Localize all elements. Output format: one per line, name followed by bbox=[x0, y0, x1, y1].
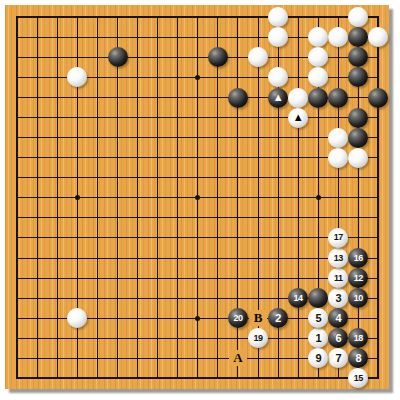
stone-white: ▲ bbox=[288, 108, 308, 128]
board-label-A: A bbox=[229, 350, 247, 366]
move-number: 12 bbox=[354, 274, 363, 283]
stone-white bbox=[268, 67, 288, 87]
move-17-stone-white: 17 bbox=[328, 228, 348, 248]
move-14-stone-black: 14 bbox=[288, 288, 308, 308]
move-number: 11 bbox=[334, 274, 343, 283]
move-number: 4 bbox=[335, 313, 341, 324]
move-number: 8 bbox=[356, 353, 362, 364]
move-number: 2 bbox=[275, 313, 281, 324]
board-label-B: B bbox=[249, 310, 267, 326]
move-2-stone-black: 2 bbox=[268, 308, 288, 328]
stone-white bbox=[67, 67, 87, 87]
grid-line-horizontal bbox=[16, 278, 379, 279]
move-number: 18 bbox=[354, 334, 363, 343]
move-1-stone-white: 1 bbox=[308, 328, 328, 348]
grid-line-horizontal bbox=[16, 258, 379, 259]
move-number: 6 bbox=[335, 333, 341, 344]
grid-line-horizontal bbox=[16, 237, 379, 238]
stone-black bbox=[348, 47, 368, 67]
move-number: 20 bbox=[233, 314, 242, 323]
move-19-stone-white: 19 bbox=[248, 328, 268, 348]
move-number: 9 bbox=[315, 353, 321, 364]
hoshi-star-point bbox=[195, 195, 200, 200]
move-number: 7 bbox=[335, 353, 341, 364]
move-number: 15 bbox=[354, 374, 363, 383]
go-board[interactable]: AB▲▲1234567891011121314151617181920 bbox=[5, 5, 389, 389]
grid-line-horizontal bbox=[16, 217, 379, 218]
triangle-mark-icon: ▲ bbox=[273, 92, 284, 103]
stone-white bbox=[308, 47, 328, 67]
hoshi-star-point bbox=[75, 195, 80, 200]
move-3-stone-white: 3 bbox=[328, 288, 348, 308]
stone-white bbox=[348, 148, 368, 168]
move-number: 10 bbox=[354, 294, 363, 303]
stone-white bbox=[328, 128, 348, 148]
move-number: 13 bbox=[334, 254, 343, 263]
move-16-stone-black: 16 bbox=[348, 248, 368, 268]
stone-white bbox=[348, 7, 368, 27]
stone-black bbox=[108, 47, 128, 67]
move-number: 3 bbox=[335, 293, 341, 304]
move-8-stone-black: 8 bbox=[348, 348, 368, 368]
move-9-stone-white: 9 bbox=[308, 348, 328, 368]
stone-black bbox=[348, 128, 368, 148]
stone-white bbox=[328, 27, 348, 47]
stone-white bbox=[288, 88, 308, 108]
stone-black bbox=[208, 47, 228, 67]
move-number: 19 bbox=[254, 334, 263, 343]
stone-black bbox=[348, 108, 368, 128]
stone-black bbox=[348, 27, 368, 47]
stone-white bbox=[308, 67, 328, 87]
move-number: 1 bbox=[315, 333, 321, 344]
move-12-stone-black: 12 bbox=[348, 268, 368, 288]
move-18-stone-black: 18 bbox=[348, 328, 368, 348]
stone-white bbox=[328, 148, 348, 168]
move-number: 14 bbox=[294, 294, 303, 303]
hoshi-star-point bbox=[195, 75, 200, 80]
stone-black bbox=[348, 67, 368, 87]
hoshi-star-point bbox=[316, 195, 321, 200]
move-7-stone-white: 7 bbox=[328, 348, 348, 368]
stone-black bbox=[308, 88, 328, 108]
triangle-mark-icon: ▲ bbox=[293, 112, 304, 123]
move-13-stone-white: 13 bbox=[328, 248, 348, 268]
stone-white bbox=[308, 27, 328, 47]
stone-white bbox=[248, 47, 268, 67]
stone-white bbox=[67, 308, 87, 328]
move-number: 17 bbox=[334, 233, 343, 242]
grid-line-vertical bbox=[217, 16, 218, 379]
move-6-stone-black: 6 bbox=[328, 328, 348, 348]
go-diagram-page: AB▲▲1234567891011121314151617181920 bbox=[0, 0, 400, 400]
stone-white bbox=[268, 27, 288, 47]
stone-black: ▲ bbox=[268, 88, 288, 108]
move-15-stone-white: 15 bbox=[348, 368, 368, 388]
move-5-stone-white: 5 bbox=[308, 308, 328, 328]
move-4-stone-black: 4 bbox=[328, 308, 348, 328]
stone-black bbox=[228, 88, 248, 108]
grid-line-vertical bbox=[377, 16, 379, 379]
grid-line-horizontal bbox=[16, 377, 379, 379]
move-11-stone-white: 11 bbox=[328, 268, 348, 288]
move-10-stone-black: 10 bbox=[348, 288, 368, 308]
stone-black bbox=[308, 288, 328, 308]
stone-black bbox=[368, 88, 388, 108]
stone-black bbox=[328, 88, 348, 108]
move-number: 16 bbox=[354, 254, 363, 263]
stone-white bbox=[268, 7, 288, 27]
move-20-stone-black: 20 bbox=[228, 308, 248, 328]
hoshi-star-point bbox=[195, 316, 200, 321]
stone-white bbox=[368, 27, 388, 47]
grid-line-vertical bbox=[298, 16, 299, 379]
move-number: 5 bbox=[315, 313, 321, 324]
